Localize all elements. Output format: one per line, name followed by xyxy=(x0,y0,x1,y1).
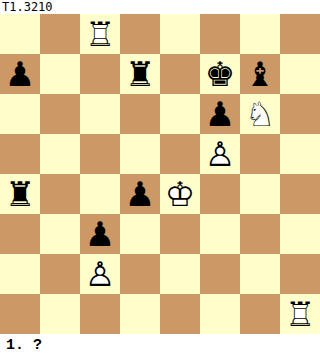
piece-white-pawn[interactable]: ♙ xyxy=(80,254,120,294)
square-a4[interactable]: ♜ xyxy=(0,174,40,214)
square-h2[interactable] xyxy=(280,254,320,294)
square-h8[interactable] xyxy=(280,14,320,54)
square-d7[interactable]: ♜ xyxy=(120,54,160,94)
square-e6[interactable] xyxy=(160,94,200,134)
square-c8[interactable]: ♜♖ xyxy=(80,14,120,54)
square-d2[interactable] xyxy=(120,254,160,294)
piece-black-pawn[interactable]: ♟ xyxy=(80,214,120,254)
piece-black-pawn[interactable]: ♟ xyxy=(200,94,240,134)
piece-white-rook[interactable]: ♖ xyxy=(80,14,120,54)
square-c4[interactable] xyxy=(80,174,120,214)
square-c1[interactable] xyxy=(80,294,120,334)
page-title: T1.3210 xyxy=(0,0,320,14)
square-d8[interactable] xyxy=(120,14,160,54)
square-b5[interactable] xyxy=(40,134,80,174)
square-d3[interactable] xyxy=(120,214,160,254)
square-c3[interactable]: ♟ xyxy=(80,214,120,254)
chess-board: ♜♖♟♜♚♝♟♞♘♟♙♜♟♚♔♟♟♙♜♖ xyxy=(0,14,320,334)
square-h3[interactable] xyxy=(280,214,320,254)
square-e8[interactable] xyxy=(160,14,200,54)
move-prompt: 1. ? xyxy=(0,334,320,360)
square-g6[interactable]: ♞♘ xyxy=(240,94,280,134)
square-a7[interactable]: ♟ xyxy=(0,54,40,94)
square-e4[interactable]: ♚♔ xyxy=(160,174,200,214)
square-g1[interactable] xyxy=(240,294,280,334)
square-h7[interactable] xyxy=(280,54,320,94)
piece-black-pawn[interactable]: ♟ xyxy=(120,174,160,214)
square-c6[interactable] xyxy=(80,94,120,134)
square-h1[interactable]: ♜♖ xyxy=(280,294,320,334)
square-b6[interactable] xyxy=(40,94,80,134)
square-f3[interactable] xyxy=(200,214,240,254)
piece-white-king[interactable]: ♔ xyxy=(160,174,200,214)
square-f4[interactable] xyxy=(200,174,240,214)
square-f8[interactable] xyxy=(200,14,240,54)
square-a3[interactable] xyxy=(0,214,40,254)
square-g4[interactable] xyxy=(240,174,280,214)
piece-white-knight[interactable]: ♘ xyxy=(240,94,280,134)
square-b4[interactable] xyxy=(40,174,80,214)
square-b3[interactable] xyxy=(40,214,80,254)
square-a5[interactable] xyxy=(0,134,40,174)
piece-black-rook[interactable]: ♜ xyxy=(120,54,160,94)
square-f7[interactable]: ♚ xyxy=(200,54,240,94)
piece-white-pawn[interactable]: ♙ xyxy=(200,134,240,174)
square-g3[interactable] xyxy=(240,214,280,254)
square-g5[interactable] xyxy=(240,134,280,174)
square-e1[interactable] xyxy=(160,294,200,334)
square-h5[interactable] xyxy=(280,134,320,174)
square-d5[interactable] xyxy=(120,134,160,174)
square-f2[interactable] xyxy=(200,254,240,294)
square-f1[interactable] xyxy=(200,294,240,334)
piece-white-rook[interactable]: ♖ xyxy=(280,294,320,334)
piece-black-pawn[interactable]: ♟ xyxy=(0,54,40,94)
square-d4[interactable]: ♟ xyxy=(120,174,160,214)
square-h6[interactable] xyxy=(280,94,320,134)
piece-black-king[interactable]: ♚ xyxy=(200,54,240,94)
piece-black-bishop[interactable]: ♝ xyxy=(240,54,280,94)
square-h4[interactable] xyxy=(280,174,320,214)
square-b1[interactable] xyxy=(40,294,80,334)
square-c7[interactable] xyxy=(80,54,120,94)
square-c5[interactable] xyxy=(80,134,120,174)
square-g2[interactable] xyxy=(240,254,280,294)
square-a6[interactable] xyxy=(0,94,40,134)
square-e2[interactable] xyxy=(160,254,200,294)
square-b7[interactable] xyxy=(40,54,80,94)
square-g7[interactable]: ♝ xyxy=(240,54,280,94)
square-d6[interactable] xyxy=(120,94,160,134)
square-d1[interactable] xyxy=(120,294,160,334)
square-e7[interactable] xyxy=(160,54,200,94)
square-f5[interactable]: ♟♙ xyxy=(200,134,240,174)
square-e3[interactable] xyxy=(160,214,200,254)
square-a2[interactable] xyxy=(0,254,40,294)
square-a1[interactable] xyxy=(0,294,40,334)
square-c2[interactable]: ♟♙ xyxy=(80,254,120,294)
square-b2[interactable] xyxy=(40,254,80,294)
square-b8[interactable] xyxy=(40,14,80,54)
square-f6[interactable]: ♟ xyxy=(200,94,240,134)
square-e5[interactable] xyxy=(160,134,200,174)
piece-black-rook[interactable]: ♜ xyxy=(0,174,40,214)
square-a8[interactable] xyxy=(0,14,40,54)
square-g8[interactable] xyxy=(240,14,280,54)
